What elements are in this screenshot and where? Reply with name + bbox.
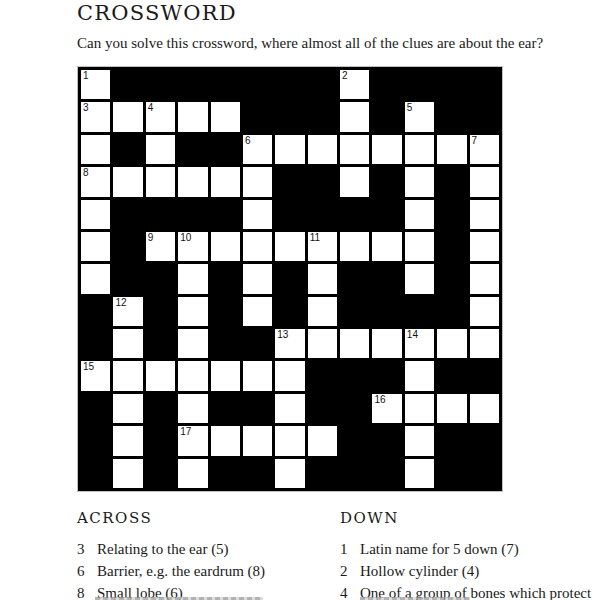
block-r7c9	[372, 297, 401, 326]
block-r0c1	[113, 70, 142, 99]
cell-r7c3[interactable]	[178, 297, 207, 326]
cell-r7c12[interactable]	[470, 297, 499, 326]
across-clue-3: 3Relating to the ear (5)	[77, 538, 327, 560]
block-r9c11	[437, 361, 466, 390]
cell-r10c6[interactable]	[275, 394, 304, 423]
block-r10c5	[243, 394, 272, 423]
cell-r1c2[interactable]: 4	[146, 102, 175, 131]
block-r4c4	[211, 200, 240, 229]
cell-r2c12[interactable]: 7	[470, 135, 499, 164]
cell-r3c0[interactable]: 8	[81, 167, 110, 196]
block-r10c8	[340, 394, 369, 423]
block-r4c2	[146, 200, 175, 229]
block-r3c9	[372, 167, 401, 196]
block-r2c3	[178, 135, 207, 164]
block-r2c4	[211, 135, 240, 164]
block-r12c12	[470, 459, 499, 488]
cell-r12c6[interactable]	[275, 459, 304, 488]
block-r12c8	[340, 459, 369, 488]
block-r6c4	[211, 264, 240, 293]
clue-list-number: 2	[340, 560, 360, 582]
cell-r1c1[interactable]	[113, 102, 142, 131]
block-r5c11	[437, 232, 466, 261]
clue-list-text: Relating to the ear (5)	[97, 538, 327, 560]
cell-r2c6[interactable]	[275, 135, 304, 164]
cell-r2c8[interactable]	[340, 135, 369, 164]
cell-r11c5[interactable]	[243, 426, 272, 455]
block-r7c8	[340, 297, 369, 326]
cell-r4c5[interactable]	[243, 200, 272, 229]
block-r3c6	[275, 167, 304, 196]
block-r11c12	[470, 426, 499, 455]
cell-r9c3[interactable]	[178, 361, 207, 390]
block-r4c3	[178, 200, 207, 229]
cell-r2c11[interactable]	[437, 135, 466, 164]
cell-r0c0[interactable]: 1	[81, 70, 110, 99]
block-r6c9	[372, 264, 401, 293]
across-clue-6: 6Barrier, e.g. the eardrum (8)	[77, 560, 327, 582]
cell-r12c10[interactable]	[405, 459, 434, 488]
block-r10c2	[146, 394, 175, 423]
cell-r10c11[interactable]	[437, 394, 466, 423]
cell-r7c5[interactable]	[243, 297, 272, 326]
cell-r5c3[interactable]: 10	[178, 232, 207, 261]
block-r11c0	[81, 426, 110, 455]
block-r0c4	[211, 70, 240, 99]
block-r0c3	[178, 70, 207, 99]
clue-number: 16	[374, 394, 385, 406]
block-r1c9	[372, 102, 401, 131]
cell-r3c5[interactable]	[243, 167, 272, 196]
block-r1c11	[437, 102, 466, 131]
cell-r1c3[interactable]	[178, 102, 207, 131]
block-r8c4	[211, 329, 240, 358]
cell-r1c4[interactable]	[211, 102, 240, 131]
cell-r8c12[interactable]	[470, 329, 499, 358]
cell-r6c10[interactable]	[405, 264, 434, 293]
block-r11c8	[340, 426, 369, 455]
down-heading: DOWN	[340, 509, 600, 527]
block-r9c7	[308, 361, 337, 390]
cell-r8c6[interactable]: 13	[275, 329, 304, 358]
block-r12c4	[211, 459, 240, 488]
cell-r11c3[interactable]: 17	[178, 426, 207, 455]
cell-r5c6[interactable]	[275, 232, 304, 261]
cell-r6c12[interactable]	[470, 264, 499, 293]
block-r9c9	[372, 361, 401, 390]
cell-r2c7[interactable]	[308, 135, 337, 164]
cell-r11c6[interactable]	[275, 426, 304, 455]
cell-r8c1[interactable]	[113, 329, 142, 358]
block-r8c5	[243, 329, 272, 358]
cell-r3c3[interactable]	[178, 167, 207, 196]
cell-r3c4[interactable]	[211, 167, 240, 196]
block-r4c7	[308, 200, 337, 229]
cell-r5c2[interactable]: 9	[146, 232, 175, 261]
cell-r9c5[interactable]	[243, 361, 272, 390]
cell-r9c6[interactable]	[275, 361, 304, 390]
page-title: CROSSWORD	[77, 1, 237, 25]
clue-list-number: 6	[77, 560, 97, 582]
clue-list-number: 3	[77, 538, 97, 560]
block-r3c11	[437, 167, 466, 196]
block-r6c11	[437, 264, 466, 293]
clue-number: 6	[245, 135, 251, 147]
across-clue-list: 3Relating to the ear (5)6Barrier, e.g. t…	[77, 538, 327, 600]
clue-list-number: 1	[340, 538, 360, 560]
block-r9c8	[340, 361, 369, 390]
cell-r6c3[interactable]	[178, 264, 207, 293]
crossword-page: CROSSWORD Can you solve this crossword, …	[0, 0, 600, 600]
block-r11c9	[372, 426, 401, 455]
cell-r11c1[interactable]	[113, 426, 142, 455]
cell-r8c10[interactable]: 14	[405, 329, 434, 358]
block-r6c8	[340, 264, 369, 293]
block-r7c4	[211, 297, 240, 326]
block-r12c7	[308, 459, 337, 488]
block-r11c11	[437, 426, 466, 455]
cell-r8c11[interactable]	[437, 329, 466, 358]
across-clues-column: ACROSS 3Relating to the ear (5)6Barrier,…	[77, 509, 327, 600]
cell-r10c3[interactable]	[178, 394, 207, 423]
cell-r7c1[interactable]: 12	[113, 297, 142, 326]
cell-r1c8[interactable]	[340, 102, 369, 131]
block-r12c9	[372, 459, 401, 488]
down-clue-list: 1Latin name for 5 down (7)2Hollow cylind…	[340, 538, 600, 600]
block-r12c2	[146, 459, 175, 488]
clue-number: 4	[148, 102, 154, 114]
block-r7c10	[405, 297, 434, 326]
block-r7c6	[275, 297, 304, 326]
clue-number: 8	[83, 167, 89, 179]
block-r12c11	[437, 459, 466, 488]
cell-r12c3[interactable]	[178, 459, 207, 488]
block-r1c6	[275, 102, 304, 131]
cell-r9c1[interactable]	[113, 361, 142, 390]
cell-r11c4[interactable]	[211, 426, 240, 455]
cell-r8c7[interactable]	[308, 329, 337, 358]
cell-r5c5[interactable]	[243, 232, 272, 261]
cell-r7c7[interactable]	[308, 297, 337, 326]
cell-r3c2[interactable]	[146, 167, 175, 196]
cell-r6c5[interactable]	[243, 264, 272, 293]
cell-r3c1[interactable]	[113, 167, 142, 196]
cell-r3c10[interactable]	[405, 167, 434, 196]
block-r0c2	[146, 70, 175, 99]
cell-r1c0[interactable]: 3	[81, 102, 110, 131]
cell-r0c8[interactable]: 2	[340, 70, 369, 99]
block-r0c12	[470, 70, 499, 99]
block-r6c2	[146, 264, 175, 293]
clue-number: 9	[148, 232, 154, 244]
block-r5c1	[113, 232, 142, 261]
cell-r8c3[interactable]	[178, 329, 207, 358]
block-r10c0	[81, 394, 110, 423]
block-r8c0	[81, 329, 110, 358]
clue-list-text: Barrier, e.g. the eardrum (8)	[97, 560, 327, 582]
cell-r6c7[interactable]	[308, 264, 337, 293]
cell-r12c1[interactable]	[113, 459, 142, 488]
down-clues-column: DOWN 1Latin name for 5 down (7)2Hollow c…	[340, 509, 600, 600]
block-r9c12	[470, 361, 499, 390]
block-r4c8	[340, 200, 369, 229]
cell-r3c12[interactable]	[470, 167, 499, 196]
clue-number: 2	[342, 70, 348, 82]
block-r0c11	[437, 70, 466, 99]
clue-number: 13	[277, 329, 288, 341]
cell-r8c8[interactable]	[340, 329, 369, 358]
down-clue-2: 2Hollow cylinder (4)	[340, 560, 600, 582]
down-clue-1: 1Latin name for 5 down (7)	[340, 538, 600, 560]
block-r6c6	[275, 264, 304, 293]
clue-number: 12	[115, 297, 126, 309]
cell-r2c9[interactable]	[372, 135, 401, 164]
block-r4c6	[275, 200, 304, 229]
cell-r10c12[interactable]	[470, 394, 499, 423]
cell-r2c10[interactable]	[405, 135, 434, 164]
cell-r5c12[interactable]	[470, 232, 499, 261]
crossword-grid: 1234567891011121314151617	[77, 66, 503, 492]
clue-number: 17	[180, 426, 191, 438]
clue-number: 1	[83, 70, 89, 82]
cell-r9c0[interactable]: 15	[81, 361, 110, 390]
across-heading: ACROSS	[77, 509, 327, 527]
clue-number: 10	[180, 232, 191, 244]
clue-number: 11	[310, 232, 320, 244]
clue-number: 15	[83, 361, 94, 373]
cell-r11c10[interactable]	[405, 426, 434, 455]
block-r11c2	[146, 426, 175, 455]
cell-r8c9[interactable]	[372, 329, 401, 358]
cell-r5c0[interactable]	[81, 232, 110, 261]
block-r6c1	[113, 264, 142, 293]
cell-r9c10[interactable]	[405, 361, 434, 390]
page-subtitle: Can you solve this crossword, where almo…	[77, 35, 597, 52]
cell-r1c10[interactable]: 5	[405, 102, 434, 131]
block-r12c0	[81, 459, 110, 488]
block-r1c7	[308, 102, 337, 131]
block-r0c10	[405, 70, 434, 99]
block-r4c11	[437, 200, 466, 229]
block-r7c2	[146, 297, 175, 326]
block-r10c7	[308, 394, 337, 423]
cell-r10c9[interactable]: 16	[372, 394, 401, 423]
cell-r2c5[interactable]: 6	[243, 135, 272, 164]
block-r0c6	[275, 70, 304, 99]
cell-r5c4[interactable]	[211, 232, 240, 261]
block-r8c2	[146, 329, 175, 358]
block-r7c0	[81, 297, 110, 326]
cell-r9c2[interactable]	[146, 361, 175, 390]
clue-number: 14	[407, 329, 418, 341]
block-r10c4	[211, 394, 240, 423]
cell-r11c7[interactable]	[308, 426, 337, 455]
cell-r2c0[interactable]	[81, 135, 110, 164]
cell-r2c2[interactable]	[146, 135, 175, 164]
clue-list-number: 8	[77, 582, 97, 600]
cell-r3c8[interactable]	[340, 167, 369, 196]
cell-r5c7[interactable]: 11	[308, 232, 337, 261]
cell-r6c0[interactable]	[81, 264, 110, 293]
cell-r4c12[interactable]	[470, 200, 499, 229]
clue-number: 5	[407, 102, 413, 114]
block-r3c7	[308, 167, 337, 196]
cell-r9c4[interactable]	[211, 361, 240, 390]
block-r1c12	[470, 102, 499, 131]
block-r0c7	[308, 70, 337, 99]
cell-r10c1[interactable]	[113, 394, 142, 423]
cell-r10c10[interactable]	[405, 394, 434, 423]
cell-r4c0[interactable]	[81, 200, 110, 229]
clue-number: 7	[472, 135, 478, 147]
clue-list-number: 4	[340, 582, 360, 600]
block-r7c11	[437, 297, 466, 326]
block-r12c5	[243, 459, 272, 488]
cell-r5c9[interactable]	[372, 232, 401, 261]
clue-number: 3	[83, 102, 89, 114]
cell-r5c10[interactable]	[405, 232, 434, 261]
block-r1c5	[243, 102, 272, 131]
block-r0c5	[243, 70, 272, 99]
cell-r5c8[interactable]	[340, 232, 369, 261]
block-r0c9	[372, 70, 401, 99]
block-r4c1	[113, 200, 142, 229]
block-r2c1	[113, 135, 142, 164]
cell-r4c10[interactable]	[405, 200, 434, 229]
clue-list-text: Hollow cylinder (4)	[360, 560, 600, 582]
clue-list-text: Latin name for 5 down (7)	[360, 538, 600, 560]
block-r4c9	[372, 200, 401, 229]
